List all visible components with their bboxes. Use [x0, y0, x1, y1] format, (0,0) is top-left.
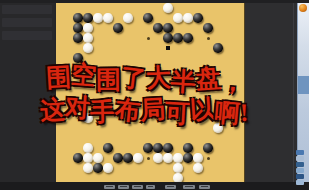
white-stone[interactable] — [173, 163, 182, 172]
white-stone[interactable] — [93, 13, 102, 22]
white-stone[interactable] — [83, 23, 92, 32]
white-stone[interactable] — [133, 153, 142, 162]
black-stone[interactable] — [123, 153, 132, 162]
toolbar-button[interactable] — [104, 185, 115, 189]
sidebar-mini-icon[interactable] — [296, 180, 304, 185]
black-stone[interactable] — [113, 23, 122, 32]
caption-char: 局 — [139, 93, 166, 127]
top-edge-strip — [0, 0, 309, 3]
white-stone[interactable] — [93, 153, 102, 162]
toolbar-button[interactable] — [132, 185, 143, 189]
black-stone[interactable] — [163, 143, 172, 152]
caption-char: ， — [219, 64, 247, 99]
white-stone[interactable] — [83, 153, 92, 162]
caption-char: 布 — [113, 92, 141, 127]
sidebar-mini-icon[interactable] — [296, 150, 304, 155]
black-stone[interactable] — [83, 13, 92, 22]
toolbar-button[interactable] — [146, 185, 155, 189]
white-stone[interactable] — [123, 13, 132, 22]
black-stone[interactable] — [173, 33, 182, 42]
black-stone[interactable] — [213, 43, 222, 52]
caption-char: 了 — [119, 60, 148, 96]
black-stone[interactable] — [183, 153, 192, 162]
white-stone[interactable] — [173, 153, 182, 162]
white-stone[interactable] — [193, 163, 202, 172]
caption-char: 可 — [164, 96, 191, 130]
black-stone[interactable] — [73, 13, 82, 22]
white-stone[interactable] — [103, 13, 112, 22]
black-stone[interactable] — [193, 13, 202, 22]
white-stone[interactable] — [83, 33, 92, 42]
black-stone[interactable] — [203, 23, 212, 32]
black-stone[interactable] — [183, 143, 192, 152]
toolbar-button[interactable] — [199, 185, 210, 189]
hoshi-point — [207, 157, 210, 160]
sidebar-mini-icon[interactable] — [296, 168, 304, 173]
white-stone[interactable] — [83, 43, 92, 52]
caption-line-2: 这对手布局可以啊! — [40, 92, 249, 129]
white-stone[interactable] — [83, 163, 92, 172]
last-move-marker — [166, 46, 170, 50]
caption-char: 空 — [70, 57, 98, 92]
caption-char: 这 — [39, 93, 66, 128]
screenshot-stage: 围空围了大半盘， 这对手布局可以啊! — [0, 0, 309, 190]
white-stone[interactable] — [183, 13, 192, 22]
white-stone[interactable] — [153, 153, 162, 162]
sidebar-mini-icon[interactable] — [296, 162, 304, 167]
hoshi-point — [207, 37, 210, 40]
white-stone[interactable] — [173, 13, 182, 22]
sidebar-mini-icon[interactable] — [296, 174, 304, 179]
app-logo-icon[interactable] — [299, 4, 307, 12]
black-stone[interactable] — [93, 163, 102, 172]
window-header-band — [298, 76, 309, 94]
left-panel-row — [2, 18, 52, 27]
black-stone[interactable] — [183, 33, 192, 42]
caption-char: 围 — [96, 63, 121, 96]
white-stone[interactable] — [83, 143, 92, 152]
white-stone[interactable] — [163, 3, 172, 12]
white-stone[interactable] — [103, 163, 112, 172]
black-stone[interactable] — [103, 143, 112, 152]
caption-char: 大 — [145, 61, 171, 95]
white-stone[interactable] — [163, 153, 172, 162]
caption-char: 盘 — [195, 61, 222, 95]
black-stone[interactable] — [163, 33, 172, 42]
left-panel-row — [2, 31, 52, 40]
sidebar-mini-icon[interactable] — [296, 156, 304, 161]
black-stone[interactable] — [153, 23, 162, 32]
black-stone[interactable] — [73, 33, 82, 42]
black-stone[interactable] — [73, 23, 82, 32]
black-stone[interactable] — [143, 143, 152, 152]
toolbar-button[interactable] — [183, 185, 195, 189]
black-stone[interactable] — [73, 153, 82, 162]
toolbar-button[interactable] — [118, 185, 129, 189]
caption-char: 以 — [189, 92, 216, 127]
black-stone[interactable] — [163, 23, 172, 32]
hoshi-point — [147, 37, 150, 40]
caption-char: 对 — [64, 90, 91, 125]
black-stone[interactable] — [203, 143, 212, 152]
left-panel-row — [2, 5, 52, 14]
hoshi-point — [147, 157, 150, 160]
caption-char: ! — [239, 99, 248, 127]
black-stone[interactable] — [153, 143, 162, 152]
white-stone[interactable] — [193, 153, 202, 162]
black-stone[interactable] — [113, 153, 122, 162]
black-stone[interactable] — [143, 13, 152, 22]
caption-char: 手 — [90, 95, 116, 128]
caption-char: 啊 — [214, 95, 242, 130]
toolbar-button[interactable] — [165, 185, 176, 189]
panel-divider — [293, 0, 294, 190]
